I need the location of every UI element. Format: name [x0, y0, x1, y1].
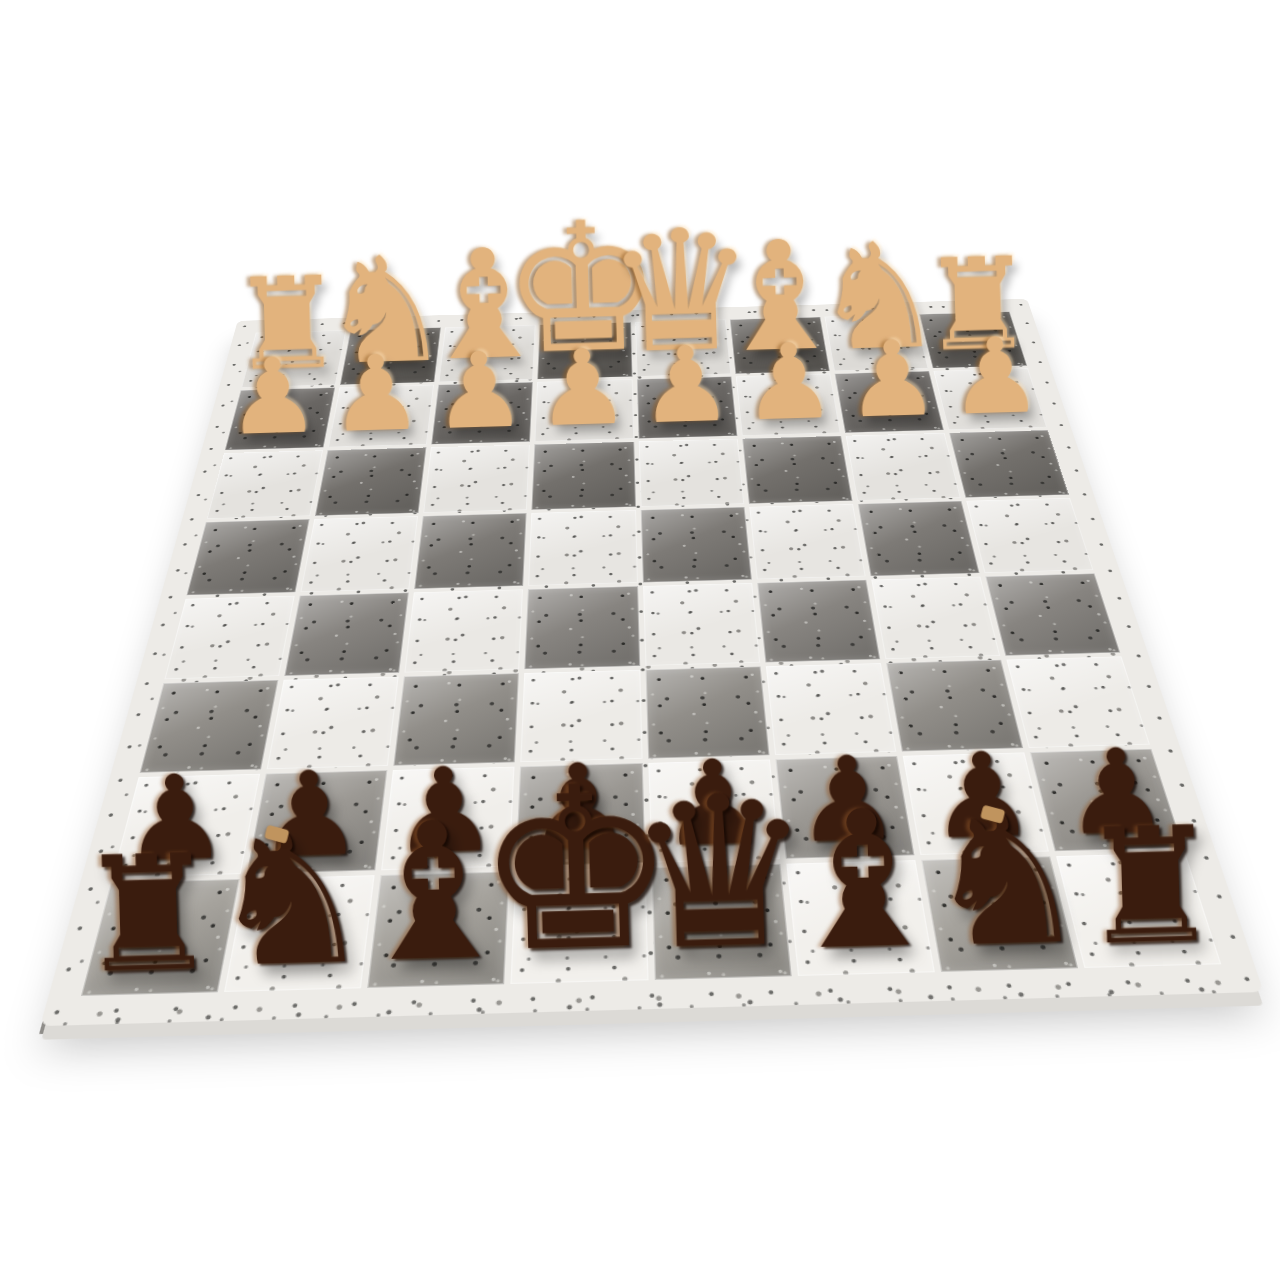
square-c5[interactable] [757, 579, 880, 662]
square-f3[interactable] [423, 445, 530, 513]
photo-stage: ♜♞♝♚♛♝♞♜♟♟♟♟♟♟♟♟♟♟♟♟♟♟♟♟♜♞♝♚♛♝♞♜ [0, 0, 1280, 1280]
piece-white-pawn-c2[interactable]: ♟ [741, 329, 837, 436]
square-g4[interactable] [301, 516, 419, 591]
piece-white-pawn-b2[interactable]: ♟ [845, 326, 941, 433]
square-e4[interactable] [528, 510, 637, 585]
square-h2[interactable]: ♟ [225, 388, 335, 451]
square-b4[interactable] [858, 501, 980, 576]
square-b5[interactable] [871, 576, 1000, 659]
square-e5[interactable] [525, 586, 640, 669]
square-g3[interactable] [315, 448, 427, 517]
square-g5[interactable] [285, 592, 410, 675]
piece-black-rook-a8[interactable]: ♜ [1077, 806, 1223, 968]
square-c8[interactable]: ♝ [786, 860, 935, 976]
square-d2[interactable]: ♟ [636, 377, 737, 439]
chessboard: ♜♞♝♚♛♝♞♜♟♟♟♟♟♟♟♟♟♟♟♟♟♟♟♟♜♞♝♚♛♝♞♜ [40, 299, 1264, 1026]
piece-white-pawn-a2[interactable]: ♟ [948, 323, 1044, 430]
square-h4[interactable] [187, 519, 310, 595]
square-a3[interactable] [949, 430, 1069, 498]
square-e2[interactable]: ♟ [535, 379, 634, 441]
piece-white-pawn-d2[interactable]: ♟ [638, 332, 734, 439]
square-h3[interactable] [207, 450, 323, 519]
square-f4[interactable] [415, 513, 527, 588]
square-f2[interactable]: ♟ [431, 382, 533, 444]
piece-white-pawn-g2[interactable]: ♟ [328, 341, 424, 448]
square-d5[interactable] [643, 583, 760, 666]
piece-white-pawn-e2[interactable]: ♟ [535, 335, 631, 442]
square-b3[interactable] [845, 433, 960, 501]
piece-white-pawn-f2[interactable]: ♟ [431, 338, 527, 445]
square-h5[interactable] [164, 595, 294, 679]
square-g2[interactable]: ♟ [328, 385, 434, 448]
square-f5[interactable] [405, 589, 524, 672]
square-b8[interactable]: ♞ [921, 856, 1078, 972]
piece-white-pawn-h2[interactable]: ♟ [225, 343, 321, 450]
square-e3[interactable] [532, 442, 636, 510]
square-a5[interactable] [985, 573, 1120, 655]
square-b2[interactable]: ♟ [834, 371, 943, 433]
square-c3[interactable] [742, 436, 852, 504]
piece-black-rook-h8[interactable]: ♜ [74, 834, 220, 996]
square-d3[interactable] [638, 439, 744, 507]
piece-black-knight-b8[interactable]: ♞ [922, 784, 1092, 972]
square-c4[interactable] [749, 504, 865, 579]
square-a4[interactable] [966, 498, 1093, 573]
square-d8[interactable]: ♛ [651, 864, 791, 980]
square-a2[interactable]: ♟ [933, 368, 1047, 430]
square-c2[interactable]: ♟ [735, 374, 840, 436]
square-d4[interactable] [640, 507, 751, 582]
square-a8[interactable]: ♜ [1056, 852, 1221, 968]
